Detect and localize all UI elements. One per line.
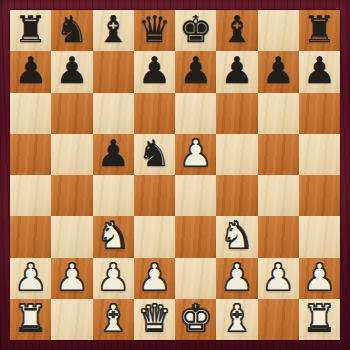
black-queen-d8[interactable]: ♛ (138, 11, 171, 48)
square-g7[interactable]: ♟ (258, 51, 299, 92)
white-pawn-h2[interactable]: ♟ (303, 259, 336, 296)
square-h3[interactable] (299, 216, 340, 257)
square-b8[interactable]: ♞ (51, 10, 92, 51)
black-pawn-a7[interactable]: ♟ (14, 52, 47, 89)
white-knight-f3[interactable]: ♞ (220, 217, 253, 254)
black-bishop-c8[interactable]: ♝ (97, 11, 130, 48)
black-pawn-b7[interactable]: ♟ (55, 52, 88, 89)
square-b7[interactable]: ♟ (51, 51, 92, 92)
square-d4[interactable] (134, 175, 175, 216)
square-g1[interactable] (258, 299, 299, 340)
square-f8[interactable]: ♝ (216, 10, 257, 51)
black-bishop-f8[interactable]: ♝ (220, 11, 253, 48)
black-pawn-c5[interactable]: ♟ (97, 135, 130, 172)
square-c2[interactable]: ♟ (93, 258, 134, 299)
square-h1[interactable]: ♜ (299, 299, 340, 340)
white-pawn-a2[interactable]: ♟ (14, 259, 47, 296)
white-pawn-b2[interactable]: ♟ (55, 259, 88, 296)
square-c1[interactable]: ♝ (93, 299, 134, 340)
square-e5[interactable]: ♟ (175, 134, 216, 175)
black-knight-d5[interactable]: ♞ (138, 135, 171, 172)
square-d2[interactable]: ♟ (134, 258, 175, 299)
white-knight-c3[interactable]: ♞ (97, 217, 130, 254)
chess-board: ♜♞♝♛♚♝♜♟♟♟♟♟♟♟♟♞♟♞♞♟♟♟♟♟♟♟♜♝♛♚♝♜ (10, 10, 340, 340)
square-h8[interactable]: ♜ (299, 10, 340, 51)
square-f3[interactable]: ♞ (216, 216, 257, 257)
square-g4[interactable] (258, 175, 299, 216)
square-h6[interactable] (299, 93, 340, 134)
square-d1[interactable]: ♛ (134, 299, 175, 340)
black-pawn-g7[interactable]: ♟ (262, 52, 295, 89)
square-c4[interactable] (93, 175, 134, 216)
square-b1[interactable] (51, 299, 92, 340)
white-pawn-e5[interactable]: ♟ (179, 135, 212, 172)
square-c3[interactable]: ♞ (93, 216, 134, 257)
square-e7[interactable]: ♟ (175, 51, 216, 92)
black-rook-a8[interactable]: ♜ (14, 11, 47, 48)
square-f5[interactable] (216, 134, 257, 175)
white-pawn-f2[interactable]: ♟ (220, 259, 253, 296)
square-e6[interactable] (175, 93, 216, 134)
square-e8[interactable]: ♚ (175, 10, 216, 51)
square-g5[interactable] (258, 134, 299, 175)
white-pawn-g2[interactable]: ♟ (262, 259, 295, 296)
white-bishop-f1[interactable]: ♝ (220, 300, 253, 337)
black-pawn-e7[interactable]: ♟ (179, 52, 212, 89)
square-d3[interactable] (134, 216, 175, 257)
black-king-e8[interactable]: ♚ (179, 11, 212, 48)
square-b5[interactable] (51, 134, 92, 175)
square-f7[interactable]: ♟ (216, 51, 257, 92)
black-rook-h8[interactable]: ♜ (303, 11, 336, 48)
square-g3[interactable] (258, 216, 299, 257)
square-f6[interactable] (216, 93, 257, 134)
square-h7[interactable]: ♟ (299, 51, 340, 92)
black-knight-b8[interactable]: ♞ (55, 11, 88, 48)
square-g6[interactable] (258, 93, 299, 134)
square-e2[interactable] (175, 258, 216, 299)
square-a4[interactable] (10, 175, 51, 216)
square-a8[interactable]: ♜ (10, 10, 51, 51)
square-a3[interactable] (10, 216, 51, 257)
white-pawn-c2[interactable]: ♟ (97, 259, 130, 296)
square-h5[interactable] (299, 134, 340, 175)
square-h4[interactable] (299, 175, 340, 216)
square-b3[interactable] (51, 216, 92, 257)
square-f2[interactable]: ♟ (216, 258, 257, 299)
square-a2[interactable]: ♟ (10, 258, 51, 299)
board-frame: ♜♞♝♛♚♝♜♟♟♟♟♟♟♟♟♞♟♞♞♟♟♟♟♟♟♟♜♝♛♚♝♜ (0, 0, 350, 350)
white-pawn-d2[interactable]: ♟ (138, 259, 171, 296)
square-b2[interactable]: ♟ (51, 258, 92, 299)
square-g8[interactable] (258, 10, 299, 51)
white-rook-a1[interactable]: ♜ (14, 300, 47, 337)
square-c6[interactable] (93, 93, 134, 134)
square-e1[interactable]: ♚ (175, 299, 216, 340)
square-f1[interactable]: ♝ (216, 299, 257, 340)
white-king-e1[interactable]: ♚ (179, 300, 212, 337)
black-pawn-f7[interactable]: ♟ (220, 52, 253, 89)
square-a1[interactable]: ♜ (10, 299, 51, 340)
square-d7[interactable]: ♟ (134, 51, 175, 92)
square-h2[interactable]: ♟ (299, 258, 340, 299)
square-c5[interactable]: ♟ (93, 134, 134, 175)
white-queen-d1[interactable]: ♛ (138, 300, 171, 337)
white-bishop-c1[interactable]: ♝ (97, 300, 130, 337)
square-e4[interactable] (175, 175, 216, 216)
black-pawn-h7[interactable]: ♟ (303, 52, 336, 89)
square-d5[interactable]: ♞ (134, 134, 175, 175)
square-c8[interactable]: ♝ (93, 10, 134, 51)
square-a5[interactable] (10, 134, 51, 175)
square-e3[interactable] (175, 216, 216, 257)
square-f4[interactable] (216, 175, 257, 216)
square-b6[interactable] (51, 93, 92, 134)
square-d8[interactable]: ♛ (134, 10, 175, 51)
square-b4[interactable] (51, 175, 92, 216)
square-g2[interactable]: ♟ (258, 258, 299, 299)
square-a7[interactable]: ♟ (10, 51, 51, 92)
square-c7[interactable] (93, 51, 134, 92)
square-a6[interactable] (10, 93, 51, 134)
square-d6[interactable] (134, 93, 175, 134)
black-pawn-d7[interactable]: ♟ (138, 52, 171, 89)
white-rook-h1[interactable]: ♜ (303, 300, 336, 337)
